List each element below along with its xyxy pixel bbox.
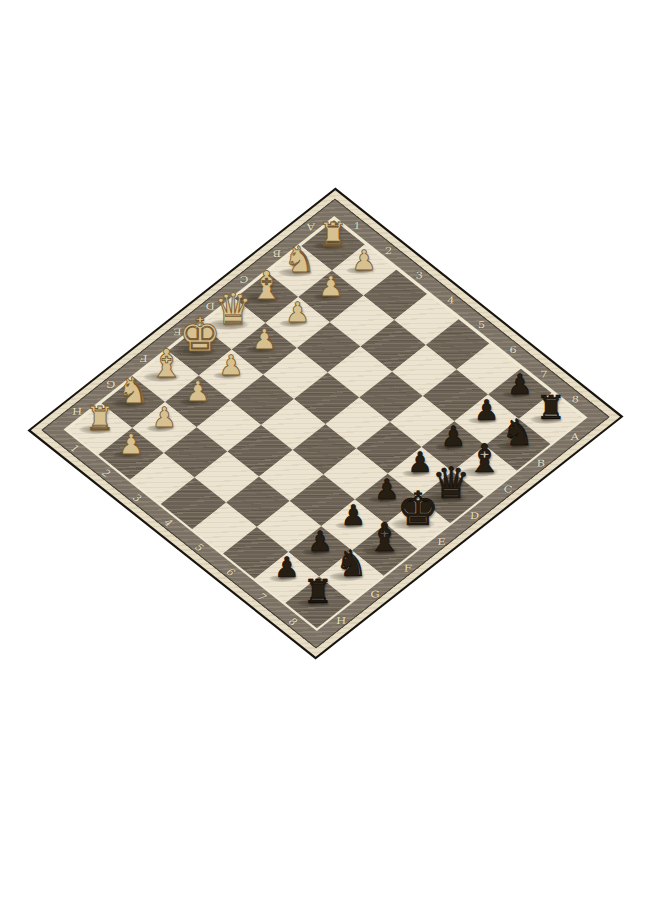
chess-set-photo: 11AA22BB33CC44DD55EE66FF77GG88HH ♜♞♝♛♚♝♞… xyxy=(0,0,660,900)
white-pawn-h2[interactable]: ♟ xyxy=(101,431,161,459)
black-rook-h8[interactable]: ♜ xyxy=(288,575,348,608)
white-pawn-e2[interactable]: ♟ xyxy=(201,352,261,380)
white-pawn-a2[interactable]: ♟ xyxy=(334,247,394,275)
